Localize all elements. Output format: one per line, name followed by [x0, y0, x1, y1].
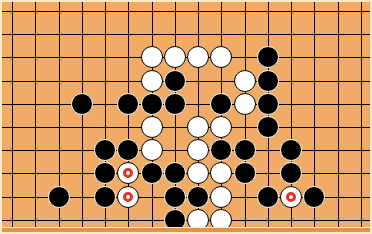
black-stone[interactable] [164, 209, 186, 227]
black-stone[interactable] [257, 186, 279, 208]
white-stone[interactable] [141, 46, 163, 68]
black-stone[interactable] [164, 186, 186, 208]
black-stone[interactable] [48, 186, 70, 208]
white-stone-circle-marked[interactable] [280, 186, 302, 208]
white-stone[interactable] [234, 93, 256, 115]
black-stone[interactable] [164, 70, 186, 92]
red-circle-mark-icon [286, 192, 296, 202]
black-stone[interactable] [234, 139, 256, 161]
black-stone[interactable] [257, 46, 279, 68]
black-stone[interactable] [164, 93, 186, 115]
white-stone[interactable] [234, 70, 256, 92]
black-stone[interactable] [303, 186, 325, 208]
white-stone[interactable] [141, 70, 163, 92]
black-stone[interactable] [257, 116, 279, 138]
board-edge-shadow [2, 228, 370, 232]
black-stone[interactable] [164, 162, 186, 184]
black-stone[interactable] [257, 93, 279, 115]
black-stone[interactable] [234, 162, 256, 184]
white-stone[interactable] [187, 209, 209, 227]
black-stone[interactable] [141, 93, 163, 115]
go-board[interactable] [2, 2, 370, 227]
black-stone[interactable] [257, 70, 279, 92]
white-stone[interactable] [210, 209, 232, 227]
black-stone[interactable] [94, 186, 116, 208]
white-stone[interactable] [164, 46, 186, 68]
black-stone[interactable] [210, 93, 232, 115]
white-stone[interactable] [141, 139, 163, 161]
black-stone[interactable] [71, 93, 93, 115]
white-stone[interactable] [141, 116, 163, 138]
black-stone[interactable] [141, 162, 163, 184]
red-circle-mark-icon [123, 168, 133, 178]
white-stone[interactable] [187, 116, 209, 138]
white-stone-circle-marked[interactable] [117, 186, 139, 208]
red-circle-mark-icon [123, 192, 133, 202]
black-stone[interactable] [187, 186, 209, 208]
white-stone[interactable] [210, 186, 232, 208]
black-stone[interactable] [117, 93, 139, 115]
go-diagram-frame [0, 0, 372, 234]
